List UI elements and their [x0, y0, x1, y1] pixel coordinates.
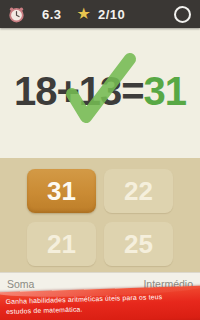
equation-left: 18+13= — [14, 69, 144, 113]
choices-grid: 31 22 21 25 — [0, 158, 200, 266]
pause-button[interactable] — [174, 6, 191, 23]
equation-result: 31 — [144, 69, 187, 113]
ad-banner[interactable]: Ganha habilidades aritméticas úteis para… — [0, 286, 200, 320]
choice-button-31[interactable]: 31 — [27, 169, 96, 213]
round-progress: 2/10 — [98, 7, 125, 22]
timer-value: 6.3 — [42, 7, 62, 22]
game-screen: 6.3 ★ 2/10 18+13=31 31 22 21 25 Soma Int… — [0, 0, 200, 320]
alarm-clock-icon — [8, 6, 25, 23]
top-bar: 6.3 ★ 2/10 — [0, 0, 200, 28]
star-icon: ★ — [77, 6, 91, 22]
game-mode-label: Soma — [7, 278, 34, 290]
choice-button-22[interactable]: 22 — [104, 169, 173, 213]
choice-button-25[interactable]: 25 — [104, 222, 173, 266]
equation-area: 18+13=31 — [0, 28, 200, 158]
choices-panel: 31 22 21 25 — [0, 158, 200, 272]
equation-text: 18+13=31 — [14, 69, 186, 114]
choice-button-21[interactable]: 21 — [27, 222, 96, 266]
